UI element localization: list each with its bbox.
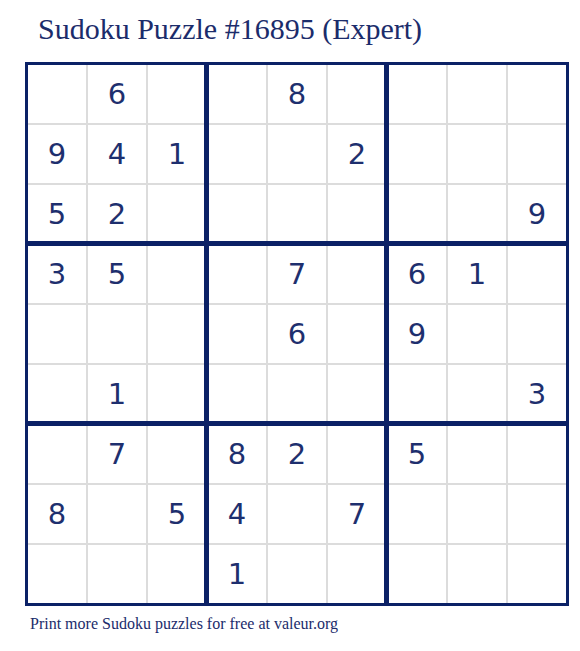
cell-r4c4 (208, 245, 266, 303)
box-separator-vertical-right (384, 64, 389, 604)
cell-r4c2: 5 (88, 245, 146, 303)
cell-r2c6: 2 (328, 125, 386, 183)
cell-r7c5: 2 (268, 425, 326, 483)
cell-r4c1: 3 (28, 245, 86, 303)
cell-r6c9: 3 (508, 365, 566, 423)
cell-r2c5 (268, 125, 326, 183)
sudoku-board: 689412529357616913782585471 (25, 62, 569, 606)
cell-r4c6 (328, 245, 386, 303)
cell-r2c4 (208, 125, 266, 183)
cell-r4c7: 6 (388, 245, 446, 303)
cell-r5c9 (508, 305, 566, 363)
cell-r9c3 (148, 545, 206, 603)
cell-r8c9 (508, 485, 566, 543)
cell-r6c1 (28, 365, 86, 423)
cell-r9c5 (268, 545, 326, 603)
cell-r7c2: 7 (88, 425, 146, 483)
cell-r8c3: 5 (148, 485, 206, 543)
cell-r2c7 (388, 125, 446, 183)
cell-r3c6 (328, 185, 386, 243)
cell-r5c6 (328, 305, 386, 363)
cell-r9c2 (88, 545, 146, 603)
cell-r1c5: 8 (268, 65, 326, 123)
cell-r3c1: 5 (28, 185, 86, 243)
cell-r5c3 (148, 305, 206, 363)
cell-r5c1 (28, 305, 86, 363)
cell-r7c9 (508, 425, 566, 483)
cell-r3c5 (268, 185, 326, 243)
cell-r2c1: 9 (28, 125, 86, 183)
cell-r3c9: 9 (508, 185, 566, 243)
cell-r1c4 (208, 65, 266, 123)
cell-r4c8: 1 (448, 245, 506, 303)
cell-r1c1 (28, 65, 86, 123)
cell-r8c5 (268, 485, 326, 543)
box-separator-horizontal-top (27, 241, 567, 246)
cell-r6c3 (148, 365, 206, 423)
cell-r8c1: 8 (28, 485, 86, 543)
cell-r4c9 (508, 245, 566, 303)
cell-r6c5 (268, 365, 326, 423)
cell-r9c1 (28, 545, 86, 603)
cell-r1c6 (328, 65, 386, 123)
cell-r5c4 (208, 305, 266, 363)
cell-r6c8 (448, 365, 506, 423)
cell-r6c2: 1 (88, 365, 146, 423)
cell-r4c5: 7 (268, 245, 326, 303)
cell-r1c9 (508, 65, 566, 123)
cell-r8c2 (88, 485, 146, 543)
cell-r1c2: 6 (88, 65, 146, 123)
box-separator-vertical-left (204, 64, 209, 604)
cell-r1c3 (148, 65, 206, 123)
cell-r7c1 (28, 425, 86, 483)
cell-r9c8 (448, 545, 506, 603)
cell-r9c4: 1 (208, 545, 266, 603)
cell-r2c2: 4 (88, 125, 146, 183)
cell-r9c7 (388, 545, 446, 603)
cell-r1c8 (448, 65, 506, 123)
cell-r5c8 (448, 305, 506, 363)
cell-r5c7: 9 (388, 305, 446, 363)
cell-r3c2: 2 (88, 185, 146, 243)
cell-r3c3 (148, 185, 206, 243)
cell-r1c7 (388, 65, 446, 123)
cell-r7c4: 8 (208, 425, 266, 483)
cell-r2c3: 1 (148, 125, 206, 183)
box-separator-horizontal-bottom (27, 421, 567, 426)
cell-r8c8 (448, 485, 506, 543)
cell-r8c4: 4 (208, 485, 266, 543)
cell-r7c7: 5 (388, 425, 446, 483)
cell-r9c9 (508, 545, 566, 603)
cell-r6c4 (208, 365, 266, 423)
footer-text: Print more Sudoku puzzles for free at va… (30, 612, 338, 636)
cell-r6c7 (388, 365, 446, 423)
cell-r5c5: 6 (268, 305, 326, 363)
cell-r9c6 (328, 545, 386, 603)
cell-r2c9 (508, 125, 566, 183)
cell-r4c3 (148, 245, 206, 303)
cell-r7c8 (448, 425, 506, 483)
cell-r7c6 (328, 425, 386, 483)
cell-r5c2 (88, 305, 146, 363)
cell-r8c7 (388, 485, 446, 543)
cell-r6c6 (328, 365, 386, 423)
cell-r7c3 (148, 425, 206, 483)
cell-r3c7 (388, 185, 446, 243)
page-title: Sudoku Puzzle #16895 (Expert) (38, 10, 422, 48)
cell-r2c8 (448, 125, 506, 183)
cell-r8c6: 7 (328, 485, 386, 543)
cell-r3c8 (448, 185, 506, 243)
cell-r3c4 (208, 185, 266, 243)
